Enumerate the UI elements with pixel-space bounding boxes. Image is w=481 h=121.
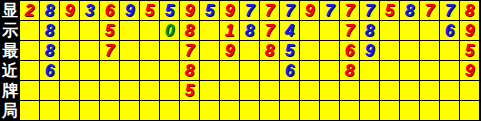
title-char-4: 近 bbox=[0, 61, 20, 81]
cell-r2c20 bbox=[400, 21, 420, 41]
cell-r6c6 bbox=[120, 101, 140, 121]
cell-r5c7 bbox=[140, 81, 160, 101]
cell-r3c1 bbox=[20, 41, 40, 61]
cell-r5c23 bbox=[460, 81, 480, 101]
cell-r3c18: 9 bbox=[360, 41, 380, 61]
cell-r3c13: 8 bbox=[260, 41, 280, 61]
cell-r1c16: 7 bbox=[320, 1, 340, 21]
cell-r3c17: 6 bbox=[340, 41, 360, 61]
cell-r5c12 bbox=[240, 81, 260, 101]
cell-r6c7 bbox=[140, 101, 160, 121]
cell-r6c20 bbox=[400, 101, 420, 121]
cell-r2c8: 0 bbox=[160, 21, 180, 41]
cell-r2c3 bbox=[60, 21, 80, 41]
cell-r6c9 bbox=[180, 101, 200, 121]
cell-r4c14: 6 bbox=[280, 61, 300, 81]
cell-r2c22: 6 bbox=[440, 21, 460, 41]
cell-r2c14: 4 bbox=[280, 21, 300, 41]
cell-r3c12 bbox=[240, 41, 260, 61]
cell-r6c23 bbox=[460, 101, 480, 121]
cell-r1c18: 7 bbox=[360, 1, 380, 21]
cell-r4c9: 8 bbox=[180, 61, 200, 81]
cell-r1c23: 8 bbox=[460, 1, 480, 21]
cell-r3c23: 5 bbox=[460, 41, 480, 61]
cell-r6c21 bbox=[420, 101, 440, 121]
cell-r4c19 bbox=[380, 61, 400, 81]
cell-r5c13 bbox=[260, 81, 280, 101]
cell-r4c17: 8 bbox=[340, 61, 360, 81]
cell-r3c19 bbox=[380, 41, 400, 61]
cell-r1c22: 7 bbox=[440, 1, 460, 21]
cell-r5c9: 5 bbox=[180, 81, 200, 101]
cell-r1c19: 5 bbox=[380, 1, 400, 21]
cell-r6c19 bbox=[380, 101, 400, 121]
cell-r2c4 bbox=[80, 21, 100, 41]
cell-r2c6 bbox=[120, 21, 140, 41]
cell-r5c2 bbox=[40, 81, 60, 101]
cell-r6c11 bbox=[220, 101, 240, 121]
cell-r4c8 bbox=[160, 61, 180, 81]
cell-r4c23: 9 bbox=[460, 61, 480, 81]
cell-r6c5 bbox=[100, 101, 120, 121]
cell-r4c18 bbox=[360, 61, 380, 81]
cell-r2c11: 1 bbox=[220, 21, 240, 41]
cell-r5c3 bbox=[60, 81, 80, 101]
title-char-6: 局 bbox=[0, 101, 20, 121]
cell-r3c14: 5 bbox=[280, 41, 300, 61]
cell-r2c18: 8 bbox=[360, 21, 380, 41]
cell-r4c10 bbox=[200, 61, 220, 81]
cell-r1c9: 9 bbox=[180, 1, 200, 21]
cell-r6c16 bbox=[320, 101, 340, 121]
cell-r6c3 bbox=[60, 101, 80, 121]
cell-r1c15: 9 bbox=[300, 1, 320, 21]
cell-r3c3 bbox=[60, 41, 80, 61]
cell-r1c21: 7 bbox=[420, 1, 440, 21]
cell-r1c2: 8 bbox=[40, 1, 60, 21]
cell-r1c12: 7 bbox=[240, 1, 260, 21]
cell-r5c19 bbox=[380, 81, 400, 101]
cell-r3c2: 8 bbox=[40, 41, 60, 61]
cell-r1c3: 9 bbox=[60, 1, 80, 21]
cell-r3c6 bbox=[120, 41, 140, 61]
cell-r4c4 bbox=[80, 61, 100, 81]
cell-r4c21 bbox=[420, 61, 440, 81]
cell-r6c2 bbox=[40, 101, 60, 121]
cell-r4c12 bbox=[240, 61, 260, 81]
cell-r4c1 bbox=[20, 61, 40, 81]
cell-r4c20 bbox=[400, 61, 420, 81]
cell-r1c6: 9 bbox=[120, 1, 140, 21]
cell-r2c2: 8 bbox=[40, 21, 60, 41]
cell-r3c11: 9 bbox=[220, 41, 240, 61]
cell-r5c20 bbox=[400, 81, 420, 101]
cell-r3c21 bbox=[420, 41, 440, 61]
cell-r4c22 bbox=[440, 61, 460, 81]
cell-r2c7 bbox=[140, 21, 160, 41]
cell-r3c7 bbox=[140, 41, 160, 61]
cell-r3c16 bbox=[320, 41, 340, 61]
cell-r2c15 bbox=[300, 21, 320, 41]
cell-r2c12: 8 bbox=[240, 21, 260, 41]
cell-r2c21 bbox=[420, 21, 440, 41]
cell-r5c15 bbox=[300, 81, 320, 101]
cell-r2c16 bbox=[320, 21, 340, 41]
cell-r2c5: 5 bbox=[100, 21, 120, 41]
cell-r6c18 bbox=[360, 101, 380, 121]
cell-r5c17 bbox=[340, 81, 360, 101]
cell-r2c9: 8 bbox=[180, 21, 200, 41]
cell-r5c11 bbox=[220, 81, 240, 101]
cell-r4c7 bbox=[140, 61, 160, 81]
cell-r6c15 bbox=[300, 101, 320, 121]
cell-r6c1 bbox=[20, 101, 40, 121]
cell-r1c7: 5 bbox=[140, 1, 160, 21]
cell-r6c10 bbox=[200, 101, 220, 121]
cell-r1c8: 5 bbox=[160, 1, 180, 21]
cell-r1c13: 7 bbox=[260, 1, 280, 21]
cell-r3c10 bbox=[200, 41, 220, 61]
cell-r1c4: 3 bbox=[80, 1, 100, 21]
cell-r5c5 bbox=[100, 81, 120, 101]
cell-r6c22 bbox=[440, 101, 460, 121]
cell-r3c9: 7 bbox=[180, 41, 200, 61]
cell-r2c10 bbox=[200, 21, 220, 41]
cell-r6c4 bbox=[80, 101, 100, 121]
cell-r5c16 bbox=[320, 81, 340, 101]
cell-r4c5 bbox=[100, 61, 120, 81]
cell-r4c6 bbox=[120, 61, 140, 81]
cell-r4c15 bbox=[300, 61, 320, 81]
title-char-1: 显 bbox=[0, 1, 20, 21]
cell-r1c20: 8 bbox=[400, 1, 420, 21]
cell-r4c11 bbox=[220, 61, 240, 81]
cell-r6c14 bbox=[280, 101, 300, 121]
cell-r2c1 bbox=[20, 21, 40, 41]
cell-r6c17 bbox=[340, 101, 360, 121]
cell-r4c3 bbox=[60, 61, 80, 81]
cell-r3c15 bbox=[300, 41, 320, 61]
cell-r6c8 bbox=[160, 101, 180, 121]
cell-r5c21 bbox=[420, 81, 440, 101]
cell-r5c18 bbox=[360, 81, 380, 101]
title-char-5: 牌 bbox=[0, 81, 20, 101]
cell-r1c11: 9 bbox=[220, 1, 240, 21]
recent-results-board: 显 示 最 近 牌 局 2893695595977797775877885081… bbox=[0, 0, 481, 121]
cell-r1c1: 2 bbox=[20, 1, 40, 21]
cell-r4c2: 6 bbox=[40, 61, 60, 81]
cell-r2c17: 7 bbox=[340, 21, 360, 41]
cell-r5c14 bbox=[280, 81, 300, 101]
title-char-3: 最 bbox=[0, 41, 20, 61]
cell-r1c5: 6 bbox=[100, 1, 120, 21]
cell-r3c22 bbox=[440, 41, 460, 61]
cell-r5c10 bbox=[200, 81, 220, 101]
vertical-title: 显 示 最 近 牌 局 bbox=[0, 0, 20, 121]
cell-r4c16 bbox=[320, 61, 340, 81]
cell-r3c8 bbox=[160, 41, 180, 61]
cell-r4c13 bbox=[260, 61, 280, 81]
cell-r5c1 bbox=[20, 81, 40, 101]
cell-r2c13: 7 bbox=[260, 21, 280, 41]
cell-r6c12 bbox=[240, 101, 260, 121]
cell-r6c13 bbox=[260, 101, 280, 121]
results-grid: 2893695595977797775877885081874786987798… bbox=[20, 0, 480, 121]
cell-r5c22 bbox=[440, 81, 460, 101]
cell-r1c10: 5 bbox=[200, 1, 220, 21]
cell-r1c17: 7 bbox=[340, 1, 360, 21]
cell-r5c4 bbox=[80, 81, 100, 101]
cell-r2c19 bbox=[380, 21, 400, 41]
cell-r3c20 bbox=[400, 41, 420, 61]
cell-r1c14: 7 bbox=[280, 1, 300, 21]
cell-r5c6 bbox=[120, 81, 140, 101]
cell-r5c8 bbox=[160, 81, 180, 101]
title-char-2: 示 bbox=[0, 21, 20, 41]
cell-r2c23: 9 bbox=[460, 21, 480, 41]
cell-r3c5: 7 bbox=[100, 41, 120, 61]
cell-r3c4 bbox=[80, 41, 100, 61]
